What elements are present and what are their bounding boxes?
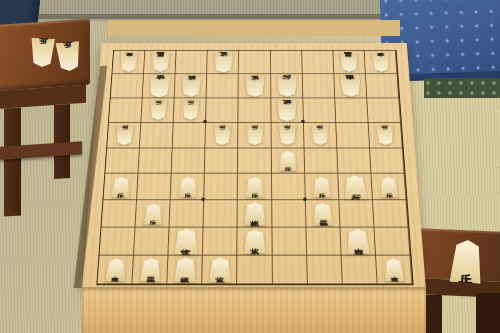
piece-5h-G[interactable]: 金将 [243, 229, 267, 253]
piece-kanji: 香車 [125, 62, 133, 64]
square-3b[interactable] [302, 74, 335, 98]
square-2c[interactable] [335, 98, 368, 123]
piece-kanji: 銀将 [250, 213, 259, 215]
piece-slot: 歩兵 [278, 126, 297, 146]
square-3h[interactable] [306, 228, 341, 256]
piece-kanji: 歩兵 [184, 186, 192, 188]
piece-slot: 飛車 [339, 75, 363, 97]
piece-7i-S[interactable]: 銀将 [173, 257, 198, 282]
square-8f[interactable] [137, 174, 172, 201]
scene: 歩兵歩兵 歩兵 香車桂馬金将桂馬香車玉将銀将金将角行飛車歩兵歩兵銀将歩兵歩兵歩兵… [0, 0, 500, 333]
piece-5f-P[interactable]: 歩兵 [245, 177, 264, 198]
square-9b[interactable] [111, 74, 144, 98]
piece-7f-P[interactable]: 歩兵 [178, 177, 198, 198]
square-2b[interactable]: 飛車 [334, 74, 367, 98]
piece-slot: 香車 [383, 258, 405, 281]
square-9i[interactable]: 香車 [97, 256, 134, 285]
piece-4b-B[interactable]: 角行 [275, 75, 298, 97]
piece-slot: 金将 [212, 52, 234, 73]
square-4c[interactable]: 銀将 [271, 98, 304, 123]
square-4i[interactable] [272, 256, 307, 285]
piece-kanji: 金将 [250, 241, 259, 243]
piece-kanji: 歩兵 [117, 186, 125, 188]
piece-2f-B[interactable]: 角行 [343, 175, 368, 199]
piece-slot: 桂馬 [139, 258, 162, 282]
piece-4e-P[interactable]: 歩兵 [278, 151, 297, 171]
piece-kanji: 歩兵 [284, 160, 292, 162]
square-6a[interactable]: 金将 [207, 51, 239, 74]
square-2d[interactable] [336, 123, 370, 148]
piece-slot: 歩兵 [278, 151, 297, 171]
piece-kanji: 歩兵 [120, 135, 128, 137]
square-7b[interactable]: 銀将 [175, 74, 208, 98]
square-7d[interactable] [173, 123, 206, 148]
piece-slot: 歩兵 [148, 101, 167, 120]
piece-3f-P[interactable]: 歩兵 [312, 177, 332, 198]
square-3e[interactable] [304, 148, 338, 174]
square-1b[interactable] [366, 74, 399, 98]
square-8b[interactable]: 玉将 [143, 74, 176, 98]
square-7g[interactable] [170, 200, 205, 227]
piece-5d-P[interactable]: 歩兵 [246, 126, 265, 146]
board-front-face [82, 287, 426, 333]
square-2g[interactable] [339, 200, 374, 227]
piece-2b-R[interactable]: 飛車 [339, 75, 363, 97]
square-7i[interactable]: 銀将 [167, 256, 203, 285]
piece-1f-P[interactable]: 歩兵 [379, 177, 399, 198]
piece-kanji: 飛車 [353, 241, 363, 243]
square-5f[interactable]: 歩兵 [238, 174, 272, 201]
piece-kanji: 歩兵 [186, 110, 194, 112]
piece-kanji: 銀将 [187, 85, 196, 87]
square-5c[interactable] [239, 98, 271, 123]
piece-kanji: 桂馬 [345, 62, 353, 64]
hoshi-dot [301, 120, 305, 123]
square-3g[interactable]: 桂馬 [305, 200, 340, 227]
piece-kanji: 香車 [112, 269, 121, 271]
square-1d[interactable]: 歩兵 [368, 123, 402, 148]
piece-9d-P[interactable]: 歩兵 [114, 126, 134, 146]
piece-slot: 香車 [119, 53, 139, 72]
square-9a[interactable]: 香車 [112, 51, 145, 74]
square-2e[interactable] [337, 148, 371, 174]
piece-hand-P[interactable]: 歩兵 [29, 37, 55, 67]
piece-kanji: 歩兵 [149, 213, 157, 215]
piece-slot: 歩兵 [181, 101, 200, 120]
piece-3g-N[interactable]: 桂馬 [312, 203, 334, 226]
piece-6d-P[interactable]: 歩兵 [213, 126, 232, 146]
square-3d[interactable]: 歩兵 [304, 123, 337, 148]
piece-slot: 歩兵 [311, 126, 330, 146]
square-2h[interactable]: 飛車 [340, 228, 376, 256]
square-9h[interactable] [99, 228, 135, 256]
piece-kanji: 玉将 [154, 85, 164, 87]
square-6d[interactable]: 歩兵 [206, 123, 239, 148]
piece-4d-P[interactable]: 歩兵 [278, 126, 297, 146]
square-2a[interactable]: 桂馬 [333, 51, 366, 74]
piece-slot: 香車 [371, 53, 391, 72]
square-9d[interactable]: 歩兵 [107, 123, 141, 148]
square-1c[interactable] [367, 98, 401, 123]
piece-2a-N[interactable]: 桂馬 [339, 52, 360, 72]
piece-6a-G[interactable]: 金将 [212, 52, 234, 73]
komadai-gote-leg [4, 107, 21, 216]
piece-slot: 玉将 [147, 75, 172, 98]
square-4g[interactable] [272, 200, 306, 227]
square-4h[interactable] [272, 228, 307, 256]
square-1a[interactable]: 香車 [364, 51, 397, 74]
square-6h[interactable] [203, 228, 238, 256]
piece-slot: 桂馬 [339, 52, 360, 72]
square-8d[interactable] [140, 123, 174, 148]
piece-kanji: 桂馬 [318, 213, 327, 215]
square-4f[interactable] [272, 174, 306, 201]
piece-slot: 歩兵 [213, 126, 232, 146]
piece-kanji: 歩兵 [251, 186, 259, 188]
piece-1d-P[interactable]: 歩兵 [376, 126, 396, 146]
piece-5b-G[interactable]: 金将 [244, 76, 266, 97]
square-9e[interactable] [105, 148, 140, 174]
shogi-board: 香車桂馬金将桂馬香車玉将銀将金将角行飛車歩兵歩兵銀将歩兵歩兵歩兵歩兵歩兵歩兵歩兵… [82, 0, 426, 333]
square-3f[interactable]: 歩兵 [305, 174, 339, 201]
piece-7c-P[interactable]: 歩兵 [181, 101, 200, 120]
piece-kanji: 歩兵 [284, 135, 292, 137]
komadai-sente-leg [476, 293, 500, 333]
piece-slot: 香車 [105, 258, 127, 281]
piece-9i-L[interactable]: 香車 [105, 258, 127, 281]
piece-7b-S[interactable]: 銀将 [180, 76, 202, 97]
square-6c[interactable] [206, 98, 239, 123]
square-5i[interactable] [237, 256, 272, 285]
board-top-surface: 香車桂馬金将桂馬香車玉将銀将金将角行飛車歩兵歩兵銀将歩兵歩兵歩兵歩兵歩兵歩兵歩兵… [82, 43, 426, 290]
piece-slot: 角行 [343, 175, 368, 199]
piece-kanji: 桂馬 [146, 269, 155, 271]
square-8g[interactable]: 歩兵 [136, 200, 171, 227]
piece-kanji: 金将 [251, 85, 260, 87]
piece-slot: 歩兵 [379, 177, 399, 198]
square-9f[interactable]: 歩兵 [103, 174, 138, 201]
piece-slot: 歩兵 [245, 177, 264, 198]
square-1g[interactable] [373, 200, 409, 227]
square-5a[interactable] [239, 51, 271, 74]
square-9c[interactable] [109, 98, 143, 123]
piece-5g-S[interactable]: 銀将 [243, 202, 266, 226]
piece-1a-L[interactable]: 香車 [371, 53, 391, 72]
piece-kanji: 歩兵 [218, 135, 226, 137]
piece-hand-P[interactable]: 歩兵 [55, 41, 82, 72]
piece-slot: 歩兵 [114, 126, 134, 146]
piece-slot: 銀将 [180, 76, 202, 97]
piece-slot: 歩兵 [178, 177, 198, 198]
piece-slot: 歩兵 [246, 126, 265, 146]
piece-kanji: 歩兵 [64, 55, 74, 58]
square-6i[interactable]: 金将 [202, 256, 237, 285]
square-4b[interactable]: 角行 [271, 74, 303, 98]
piece-1i-L[interactable]: 香車 [383, 258, 405, 281]
square-1f[interactable]: 歩兵 [371, 174, 406, 201]
piece-2h-R[interactable]: 飛車 [345, 229, 371, 254]
piece-kanji: 歩兵 [316, 135, 324, 137]
board-back-edge [108, 20, 400, 36]
piece-kanji: 歩兵 [382, 135, 390, 137]
square-5d[interactable]: 歩兵 [239, 123, 272, 148]
square-2i[interactable] [341, 256, 377, 285]
piece-3d-P[interactable]: 歩兵 [311, 126, 330, 146]
piece-slot: 王将 [173, 229, 199, 255]
square-5e[interactable] [238, 148, 271, 174]
piece-kanji: 歩兵 [459, 260, 474, 263]
square-6e[interactable] [205, 148, 238, 174]
square-1i[interactable]: 香車 [376, 256, 413, 285]
piece-slot: 角行 [275, 75, 298, 97]
piece-kanji: 歩兵 [251, 135, 259, 137]
square-5b[interactable]: 金将 [239, 74, 271, 98]
piece-slot: 金将 [243, 229, 267, 253]
square-3i[interactable] [307, 256, 343, 285]
square-8a[interactable]: 桂馬 [144, 51, 177, 74]
square-6f[interactable] [204, 174, 238, 201]
piece-kanji: 銀将 [181, 269, 190, 271]
piece-slot: 銀将 [243, 202, 266, 226]
square-1e[interactable] [370, 148, 405, 174]
hoshi-dot [303, 198, 307, 201]
square-4a[interactable] [271, 51, 303, 74]
piece-slot: 桂馬 [150, 52, 171, 72]
piece-7h-K[interactable]: 王将 [173, 229, 199, 255]
piece-slot: 歩兵 [376, 126, 396, 146]
square-8i[interactable]: 桂馬 [132, 256, 168, 285]
square-2f[interactable]: 角行 [338, 174, 373, 201]
piece-slot: 金将 [208, 257, 232, 282]
piece-slot: 飛車 [345, 229, 371, 254]
piece-slot: 歩兵 [111, 177, 131, 198]
piece-slot: 銀将 [276, 100, 298, 122]
piece-kanji: 角行 [351, 186, 361, 188]
piece-kanji: 角行 [282, 85, 291, 87]
sente-hand-tray: 歩兵 [448, 238, 500, 294]
square-8h[interactable] [134, 228, 170, 256]
square-7f[interactable]: 歩兵 [171, 174, 205, 201]
piece-8b-K[interactable]: 玉将 [147, 75, 172, 98]
piece-8i-N[interactable]: 桂馬 [139, 258, 162, 282]
piece-kanji: 香車 [377, 62, 385, 64]
square-3c[interactable] [303, 98, 336, 123]
square-5h[interactable]: 金将 [238, 228, 273, 256]
piece-kanji: 銀将 [283, 110, 292, 112]
board-grid: 香車桂馬金将桂馬香車玉将銀将金将角行飛車歩兵歩兵銀将歩兵歩兵歩兵歩兵歩兵歩兵歩兵… [96, 50, 413, 285]
piece-kanji: 王将 [181, 241, 191, 243]
tatami-heri-band [424, 78, 500, 98]
piece-slot: 銀将 [173, 257, 198, 282]
piece-9a-L[interactable]: 香車 [119, 53, 139, 72]
square-4e[interactable]: 歩兵 [271, 148, 304, 174]
square-6b[interactable] [207, 74, 239, 98]
piece-kanji: 飛車 [346, 85, 355, 87]
square-5g[interactable]: 銀将 [238, 200, 272, 227]
piece-kanji: 歩兵 [38, 51, 48, 53]
piece-9f-P[interactable]: 歩兵 [111, 177, 131, 198]
piece-8a-N[interactable]: 桂馬 [150, 52, 171, 72]
piece-slot: 歩兵 [143, 203, 163, 224]
square-4d[interactable]: 歩兵 [271, 123, 304, 148]
piece-kanji: 桂馬 [156, 62, 164, 64]
piece-8c-P[interactable]: 歩兵 [148, 101, 167, 120]
piece-hand-P[interactable]: 歩兵 [449, 239, 485, 284]
piece-kanji: 金将 [215, 269, 224, 271]
piece-6i-G[interactable]: 金将 [208, 257, 232, 282]
piece-kanji: 香車 [390, 269, 399, 271]
piece-slot: 桂馬 [312, 203, 334, 226]
square-8c[interactable]: 歩兵 [141, 98, 174, 123]
piece-kanji: 歩兵 [318, 186, 326, 188]
square-7a[interactable] [176, 51, 208, 74]
square-7c[interactable]: 歩兵 [174, 98, 207, 123]
square-3a[interactable] [302, 51, 334, 74]
piece-slot: 金将 [244, 76, 266, 97]
piece-8g-P[interactable]: 歩兵 [143, 203, 163, 224]
square-1h[interactable] [374, 228, 410, 256]
square-7h[interactable]: 王将 [169, 228, 204, 256]
piece-kanji: 金将 [219, 62, 228, 64]
piece-kanji: 歩兵 [385, 186, 393, 188]
piece-kanji: 歩兵 [154, 110, 162, 112]
square-8e[interactable] [139, 148, 173, 174]
piece-4c-S[interactable]: 銀将 [276, 100, 298, 122]
piece-slot: 歩兵 [312, 177, 332, 198]
square-6g[interactable] [204, 200, 238, 227]
square-9g[interactable] [101, 200, 137, 227]
square-7e[interactable] [172, 148, 206, 174]
